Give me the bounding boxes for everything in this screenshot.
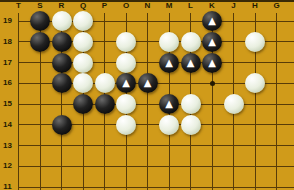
column-label-M: M <box>161 1 177 10</box>
triangle-mark-icon: ▲ <box>165 57 173 67</box>
stone-white-O17[interactable] <box>116 53 136 73</box>
column-label-G: G <box>269 1 285 10</box>
column-label-L: L <box>183 1 199 10</box>
triangle-mark-icon: ▲ <box>208 36 216 46</box>
triangle-mark-icon: ▲ <box>165 99 173 109</box>
stone-black-S19[interactable] <box>30 11 50 31</box>
column-label-R: R <box>54 1 70 10</box>
stone-white-J15[interactable] <box>224 94 244 114</box>
triangle-mark-icon: ▲ <box>144 78 152 88</box>
stone-black-R18[interactable] <box>52 32 72 52</box>
column-label-H: H <box>247 1 263 10</box>
go-app-screen: TSRQPONMLKJHG 191817161514131211 ▲▲▲▲▲▲▲… <box>0 0 294 190</box>
stone-white-O18[interactable] <box>116 32 136 52</box>
stone-white-P16[interactable] <box>95 73 115 93</box>
stone-black-R14[interactable] <box>52 115 72 135</box>
stone-black-K18[interactable]: ▲ <box>202 32 222 52</box>
stone-white-H16[interactable] <box>245 73 265 93</box>
triangle-mark-icon: ▲ <box>122 78 130 88</box>
stone-white-L18[interactable] <box>181 32 201 52</box>
stone-black-Q15[interactable] <box>73 94 93 114</box>
stone-white-M14[interactable] <box>159 115 179 135</box>
stone-white-M18[interactable] <box>159 32 179 52</box>
column-label-T: T <box>11 1 27 10</box>
stone-black-K19[interactable]: ▲ <box>202 11 222 31</box>
column-label-P: P <box>97 1 113 10</box>
stone-white-O15[interactable] <box>116 94 136 114</box>
column-label-O: O <box>118 1 134 10</box>
stone-white-H18[interactable] <box>245 32 265 52</box>
stone-white-O14[interactable] <box>116 115 136 135</box>
stone-white-L14[interactable] <box>181 115 201 135</box>
stone-black-N16[interactable]: ▲ <box>138 73 158 93</box>
triangle-mark-icon: ▲ <box>208 16 216 26</box>
stone-white-R19[interactable] <box>52 11 72 31</box>
stone-black-M17[interactable]: ▲ <box>159 53 179 73</box>
column-label-S: S <box>32 1 48 10</box>
stone-black-K17[interactable]: ▲ <box>202 53 222 73</box>
stone-white-L15[interactable] <box>181 94 201 114</box>
stone-black-R16[interactable] <box>52 73 72 93</box>
stone-black-O16[interactable]: ▲ <box>116 73 136 93</box>
stone-black-M15[interactable]: ▲ <box>159 94 179 114</box>
triangle-mark-icon: ▲ <box>208 57 216 67</box>
column-label-N: N <box>140 1 156 10</box>
stone-white-Q17[interactable] <box>73 53 93 73</box>
go-board[interactable]: ▲▲▲▲▲▲▲▲ <box>8 11 288 190</box>
column-label-K: K <box>204 1 220 10</box>
stone-black-P15[interactable] <box>95 94 115 114</box>
stone-white-Q19[interactable] <box>73 11 93 31</box>
stone-black-L17[interactable]: ▲ <box>181 53 201 73</box>
stone-black-R17[interactable] <box>52 53 72 73</box>
column-label-Q: Q <box>75 1 91 10</box>
stone-black-S18[interactable] <box>30 32 50 52</box>
triangle-mark-icon: ▲ <box>187 57 195 67</box>
stone-white-Q16[interactable] <box>73 73 93 93</box>
column-label-J: J <box>226 1 242 10</box>
stone-white-Q18[interactable] <box>73 32 93 52</box>
